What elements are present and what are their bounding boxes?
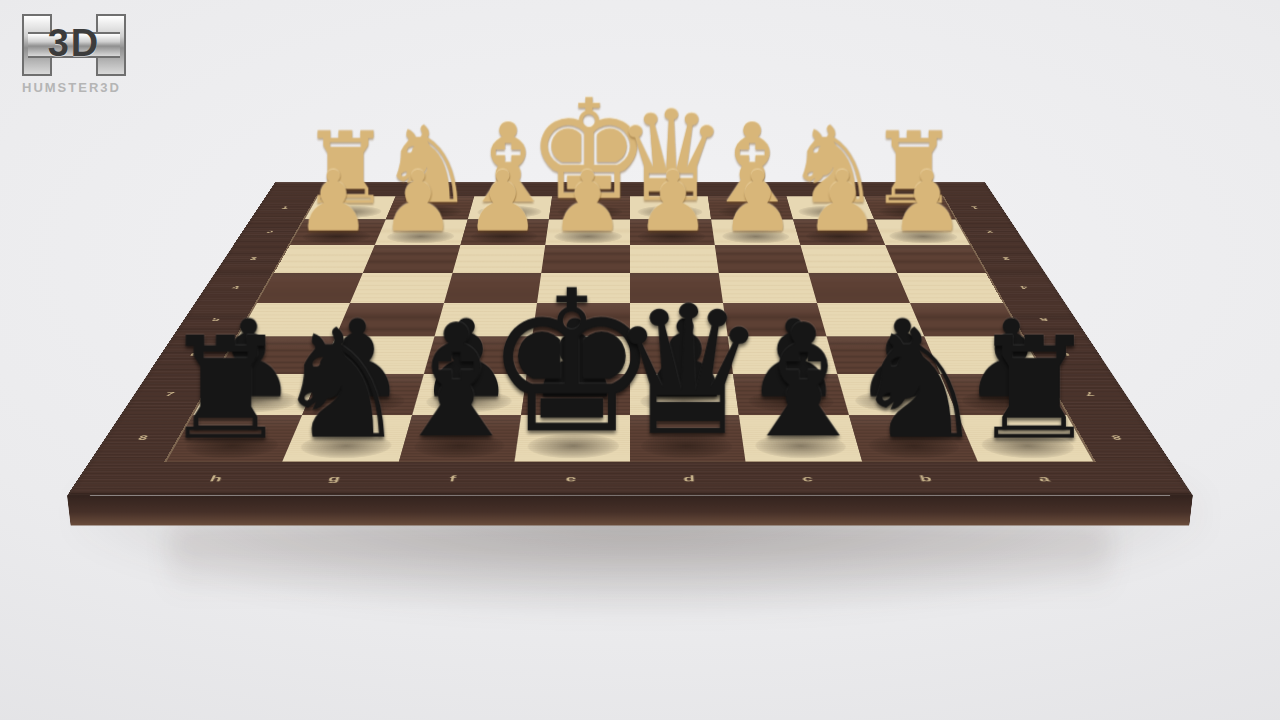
humster3d-h-logo-icon: 3D xyxy=(22,14,126,76)
square-g3[interactable] xyxy=(363,245,460,273)
black-rook-h8[interactable]: ♜ xyxy=(162,319,289,460)
square-c8[interactable]: ♝ xyxy=(739,415,861,461)
white-pawn-e2[interactable]: ♟ xyxy=(550,161,625,245)
file-label-g: g xyxy=(268,461,398,495)
square-d8[interactable]: ♛ xyxy=(630,415,746,461)
white-pawn-g2[interactable]: ♟ xyxy=(380,161,455,245)
square-c2[interactable]: ♟ xyxy=(711,220,800,245)
logo-brand-text: HUMSTER3D xyxy=(22,80,152,95)
white-pawn-b2[interactable]: ♟ xyxy=(805,161,880,245)
file-label-d: d xyxy=(630,461,751,495)
square-a3[interactable] xyxy=(885,245,986,273)
file-label-h: h xyxy=(147,461,282,495)
square-d2[interactable]: ♟ xyxy=(630,220,715,245)
square-e2[interactable]: ♟ xyxy=(545,220,630,245)
file-label-b: b xyxy=(862,461,992,495)
square-b8[interactable]: ♞ xyxy=(848,415,977,461)
board-floor-reflection xyxy=(170,528,1110,598)
file-label-e: e xyxy=(509,461,630,495)
square-a2[interactable]: ♟ xyxy=(874,220,970,245)
file-label-a: a xyxy=(977,461,1112,495)
humster3d-watermark: 3D HUMSTER3D xyxy=(22,14,152,95)
white-pawn-d2[interactable]: ♟ xyxy=(635,161,710,245)
stage: 12345678 12345678 hgfedcba ♜♞♝♚♛♝♞♜♟♟♟♟♟… xyxy=(0,0,1280,720)
square-b3[interactable] xyxy=(800,245,897,273)
black-rook-a8[interactable]: ♜ xyxy=(971,319,1098,460)
file-label-f: f xyxy=(389,461,514,495)
logo-3d-text: 3D xyxy=(22,22,126,65)
board-front-edge xyxy=(67,495,1193,525)
square-a8[interactable]: ♜ xyxy=(958,415,1094,461)
file-label-c: c xyxy=(746,461,871,495)
chessboard: 12345678 12345678 hgfedcba ♜♞♝♚♛♝♞♜♟♟♟♟♟… xyxy=(67,182,1193,496)
white-pawn-c2[interactable]: ♟ xyxy=(720,161,795,245)
black-knight-b8[interactable]: ♞ xyxy=(851,309,987,460)
square-b2[interactable]: ♟ xyxy=(793,220,885,245)
square-h2[interactable]: ♟ xyxy=(290,220,386,245)
square-f2[interactable]: ♟ xyxy=(460,220,549,245)
board-grid: ♜♞♝♚♛♝♞♜♟♟♟♟♟♟♟♟♟♟♟♟♟♟♟♟♜♞♝♚♛♝♞♜ xyxy=(167,196,1093,461)
square-g2[interactable]: ♟ xyxy=(375,220,467,245)
square-h3[interactable] xyxy=(274,245,375,273)
white-pawn-f2[interactable]: ♟ xyxy=(465,161,540,245)
file-labels-bottom: hgfedcba xyxy=(147,461,1112,495)
